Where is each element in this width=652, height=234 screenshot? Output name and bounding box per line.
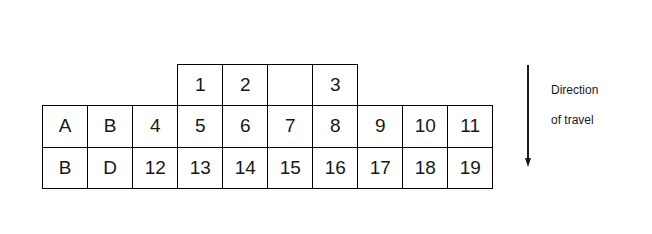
seat-cell-2: 2 (222, 64, 268, 107)
seat-cell-9: 9 (357, 105, 403, 148)
seat-cell-B: B (87, 105, 133, 148)
seat-cell-12: 12 (132, 147, 178, 190)
seat-cell-10: 10 (402, 105, 448, 148)
seat-cell-5: 5 (177, 105, 223, 148)
seat-cell-16: 16 (312, 147, 358, 190)
seat-cell-15: 15 (267, 147, 313, 190)
seat-cell-11: 11 (447, 105, 493, 148)
seat-cell-7: 7 (267, 105, 313, 148)
seat-cell-D: D (87, 147, 133, 190)
seat-cell-3: 3 (312, 64, 358, 107)
direction-label-line2: of travel (551, 113, 594, 127)
seat-cell-14: 14 (222, 147, 268, 190)
down-arrow-icon (525, 158, 531, 167)
seat-cell-19: 19 (447, 147, 493, 190)
seat-cell-8: 8 (312, 105, 358, 148)
seat-cell-A: A (42, 105, 88, 148)
direction-label-line1: Direction (551, 83, 598, 97)
direction-arrow-shaft (527, 65, 529, 159)
seat-cell-1: 1 (177, 64, 223, 107)
seat-cell-17: 17 (357, 147, 403, 190)
seat-cell-18: 18 (402, 147, 448, 190)
seat-cell-13: 13 (177, 147, 223, 190)
seat-cell-empty (267, 64, 313, 107)
seating-plan-diagram: 123AB4567891011BD1213141516171819 Direct… (0, 0, 652, 234)
seat-grid: 123AB4567891011BD1213141516171819 (42, 64, 494, 191)
seat-cell-6: 6 (222, 105, 268, 148)
seat-cell-B: B (42, 147, 88, 190)
seat-cell-4: 4 (132, 105, 178, 148)
